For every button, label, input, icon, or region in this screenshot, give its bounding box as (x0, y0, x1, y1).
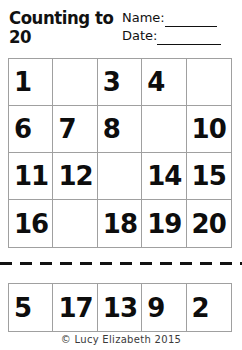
grid-cell-r1c1: 1 (9, 59, 53, 106)
cut-here-dashed-line (0, 262, 242, 265)
grid-cell-r3c4: 14 (142, 153, 186, 200)
name-label: Name: (122, 9, 165, 27)
page-title-line2: 20 (9, 27, 113, 46)
strip-card-13[interactable]: 13 (98, 284, 142, 331)
name-row: Name: (122, 9, 221, 27)
missing-numbers-strip: 5 17 13 9 2 (8, 283, 232, 332)
name-field[interactable] (165, 12, 217, 27)
grid-cell-r2c1: 6 (9, 106, 53, 153)
date-field[interactable] (157, 30, 221, 45)
grid-cell-r1c3: 3 (98, 59, 142, 106)
strip-card-9[interactable]: 9 (142, 284, 186, 331)
name-date-block: Name: Date: (122, 9, 221, 45)
grid-cell-r4c1: 16 (9, 200, 53, 247)
strip-card-17[interactable]: 17 (53, 284, 97, 331)
grid-cell-r4c3: 18 (98, 200, 142, 247)
grid-cell-r2c5: 10 (187, 106, 231, 153)
date-label: Date: (122, 27, 157, 45)
grid-cell-r2c4-blank[interactable] (142, 106, 186, 153)
page-title-line1: Counting to (9, 8, 113, 27)
date-row: Date: (122, 27, 221, 45)
copyright-credit: © Lucy Elizabeth 2015 (0, 334, 242, 345)
grid-cell-r4c5: 20 (187, 200, 231, 247)
grid-cell-r2c3: 8 (98, 106, 142, 153)
grid-cell-r3c5: 15 (187, 153, 231, 200)
grid-cell-r4c2-blank[interactable] (53, 200, 97, 247)
grid-cell-r1c2-blank[interactable] (53, 59, 97, 106)
strip-card-2[interactable]: 2 (187, 284, 231, 331)
counting-grid: 1 3 4 6 7 8 10 11 12 14 15 16 18 19 20 (8, 58, 232, 248)
grid-cell-r2c2: 7 (53, 106, 97, 153)
grid-cell-r3c3-blank[interactable] (98, 153, 142, 200)
grid-cell-r1c5-blank[interactable] (187, 59, 231, 106)
worksheet-page: Counting to 20 Name: Date: 1 3 4 6 7 8 1… (0, 0, 242, 350)
grid-cell-r3c1: 11 (9, 153, 53, 200)
grid-cell-r4c4: 19 (142, 200, 186, 247)
grid-cell-r3c2: 12 (53, 153, 97, 200)
page-title: Counting to 20 (9, 8, 113, 46)
grid-cell-r1c4: 4 (142, 59, 186, 106)
strip-card-5[interactable]: 5 (9, 284, 53, 331)
